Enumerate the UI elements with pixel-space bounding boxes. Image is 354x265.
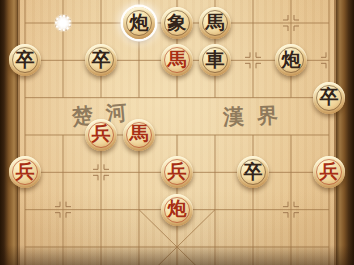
piece-character: 兵	[16, 162, 35, 181]
piece-black-soldier[interactable]: 卒	[313, 82, 345, 114]
piece-character: 炮	[282, 50, 301, 69]
piece-character: 馬	[130, 124, 149, 143]
piece-character: 卒	[320, 87, 339, 106]
river-label-han: 漢界	[223, 105, 292, 128]
piece-character: 炮	[130, 13, 149, 32]
piece-black-elephant[interactable]: 象	[161, 7, 193, 39]
piece-black-cannon[interactable]: 炮	[123, 7, 155, 39]
piece-character: 卒	[244, 162, 263, 181]
piece-red-soldier[interactable]: 兵	[85, 119, 117, 151]
bottom-shadow	[0, 245, 354, 265]
piece-character: 象	[168, 13, 187, 32]
piece-character: 炮	[168, 199, 187, 218]
piece-character: 馬	[206, 13, 225, 32]
piece-red-cannon[interactable]: 炮	[161, 194, 193, 226]
move-origin-sparkle-icon	[53, 13, 73, 33]
piece-character: 兵	[92, 124, 111, 143]
piece-black-horse[interactable]: 馬	[199, 7, 231, 39]
piece-character: 車	[206, 50, 225, 69]
piece-character: 卒	[16, 50, 35, 69]
piece-character: 卒	[92, 50, 111, 69]
xiangqi-board: 楚河 漢界 炮象馬卒卒馬車炮卒兵馬兵兵卒兵炮	[0, 0, 354, 265]
piece-character: 兵	[320, 162, 339, 181]
piece-character: 馬	[168, 50, 187, 69]
piece-character: 兵	[168, 162, 187, 181]
piece-red-horse[interactable]: 馬	[123, 119, 155, 151]
